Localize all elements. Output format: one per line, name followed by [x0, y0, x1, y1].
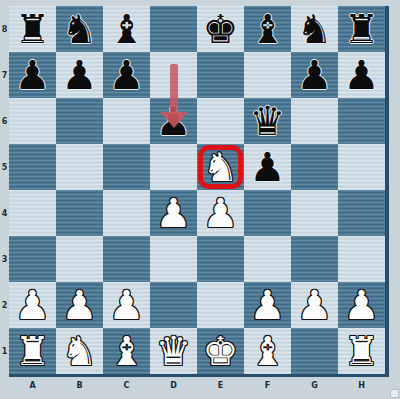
piece-white-pawn-f2[interactable]: ♟	[244, 282, 291, 328]
piece-white-knight-e5[interactable]: ♞	[197, 144, 244, 190]
square-h6[interactable]	[338, 98, 385, 144]
square-a4[interactable]	[9, 190, 56, 236]
rank-label-6: 6	[0, 98, 9, 144]
square-h4[interactable]	[338, 190, 385, 236]
file-label-c: C	[103, 378, 150, 392]
square-h2[interactable]: ♟	[338, 282, 385, 328]
square-f2[interactable]: ♟	[244, 282, 291, 328]
square-d8[interactable]	[150, 6, 197, 52]
piece-black-king-e8[interactable]: ♚	[197, 6, 244, 52]
square-c8[interactable]: ♝	[103, 6, 150, 52]
piece-white-rook-h1[interactable]: ♜	[338, 328, 385, 374]
square-d6[interactable]: ♟	[150, 98, 197, 144]
square-g6[interactable]	[291, 98, 338, 144]
square-a5[interactable]	[9, 144, 56, 190]
square-b7[interactable]: ♟	[56, 52, 103, 98]
piece-white-bishop-c1[interactable]: ♝	[103, 328, 150, 374]
rank-label-5: 5	[0, 144, 9, 190]
rank-labels: 87654321	[0, 6, 9, 374]
square-h8[interactable]: ♜	[338, 6, 385, 52]
square-g2[interactable]: ♟	[291, 282, 338, 328]
resize-grip	[390, 389, 399, 398]
square-h1[interactable]: ♜	[338, 328, 385, 374]
square-b6[interactable]	[56, 98, 103, 144]
square-b8[interactable]: ♞	[56, 6, 103, 52]
file-label-g: G	[291, 378, 338, 392]
piece-white-pawn-a2[interactable]: ♟	[9, 282, 56, 328]
square-g1[interactable]	[291, 328, 338, 374]
chess-app-window: 87654321 ♜♞♝♚♝♞♜♟♟♟♟♟♟♛♞♟♟♟♟♟♟♟♟♟♜♞♝♛♚♝♜…	[0, 0, 400, 399]
rank-label-1: 1	[0, 328, 9, 374]
square-f6[interactable]: ♛	[244, 98, 291, 144]
piece-white-pawn-g2[interactable]: ♟	[291, 282, 338, 328]
file-label-e: E	[197, 378, 244, 392]
square-e2[interactable]	[197, 282, 244, 328]
square-b5[interactable]	[56, 144, 103, 190]
square-f1[interactable]: ♝	[244, 328, 291, 374]
square-a6[interactable]	[9, 98, 56, 144]
square-d4[interactable]: ♟	[150, 190, 197, 236]
piece-black-pawn-d6[interactable]: ♟	[150, 98, 197, 144]
piece-white-bishop-f1[interactable]: ♝	[244, 328, 291, 374]
square-g8[interactable]: ♞	[291, 6, 338, 52]
square-e6[interactable]	[197, 98, 244, 144]
piece-black-knight-g8[interactable]: ♞	[291, 6, 338, 52]
square-a7[interactable]: ♟	[9, 52, 56, 98]
square-h3[interactable]	[338, 236, 385, 282]
square-c3[interactable]	[103, 236, 150, 282]
square-a3[interactable]	[9, 236, 56, 282]
piece-white-pawn-c2[interactable]: ♟	[103, 282, 150, 328]
rank-label-2: 2	[0, 282, 9, 328]
piece-black-knight-b8[interactable]: ♞	[56, 6, 103, 52]
square-b4[interactable]	[56, 190, 103, 236]
piece-black-pawn-f5[interactable]: ♟	[244, 144, 291, 190]
square-d5[interactable]	[150, 144, 197, 190]
square-d2[interactable]	[150, 282, 197, 328]
square-e5[interactable]: ♞	[197, 144, 244, 190]
piece-black-bishop-f8[interactable]: ♝	[244, 6, 291, 52]
square-c2[interactable]: ♟	[103, 282, 150, 328]
file-labels: ABCDEFGH	[9, 378, 385, 392]
square-e7[interactable]	[197, 52, 244, 98]
square-c1[interactable]: ♝	[103, 328, 150, 374]
square-b2[interactable]: ♟	[56, 282, 103, 328]
piece-white-queen-d1[interactable]: ♛	[150, 328, 197, 374]
square-e8[interactable]: ♚	[197, 6, 244, 52]
piece-black-pawn-b7[interactable]: ♟	[56, 52, 103, 98]
square-g3[interactable]	[291, 236, 338, 282]
square-c4[interactable]	[103, 190, 150, 236]
square-c5[interactable]	[103, 144, 150, 190]
square-c6[interactable]	[103, 98, 150, 144]
chess-board: ♜♞♝♚♝♞♜♟♟♟♟♟♟♛♞♟♟♟♟♟♟♟♟♟♜♞♝♛♚♝♜	[9, 6, 389, 377]
piece-white-pawn-h2[interactable]: ♟	[338, 282, 385, 328]
rank-label-7: 7	[0, 52, 9, 98]
piece-white-knight-b1[interactable]: ♞	[56, 328, 103, 374]
piece-black-bishop-c8[interactable]: ♝	[103, 6, 150, 52]
piece-black-pawn-h7[interactable]: ♟	[338, 52, 385, 98]
piece-black-rook-a8[interactable]: ♜	[9, 6, 56, 52]
square-d7[interactable]	[150, 52, 197, 98]
square-d1[interactable]: ♛	[150, 328, 197, 374]
piece-white-king-e1[interactable]: ♚	[197, 328, 244, 374]
square-c7[interactable]: ♟	[103, 52, 150, 98]
piece-black-queen-f6[interactable]: ♛	[244, 98, 291, 144]
square-a1[interactable]: ♜	[9, 328, 56, 374]
square-f7[interactable]	[244, 52, 291, 98]
square-b1[interactable]: ♞	[56, 328, 103, 374]
square-g7[interactable]: ♟	[291, 52, 338, 98]
file-label-b: B	[56, 378, 103, 392]
square-f5[interactable]: ♟	[244, 144, 291, 190]
file-label-d: D	[150, 378, 197, 392]
square-e3[interactable]	[197, 236, 244, 282]
piece-white-rook-a1[interactable]: ♜	[9, 328, 56, 374]
square-f3[interactable]	[244, 236, 291, 282]
piece-white-pawn-b2[interactable]: ♟	[56, 282, 103, 328]
rank-label-4: 4	[0, 190, 9, 236]
square-g4[interactable]	[291, 190, 338, 236]
square-g5[interactable]	[291, 144, 338, 190]
piece-black-pawn-g7[interactable]: ♟	[291, 52, 338, 98]
piece-black-rook-h8[interactable]: ♜	[338, 6, 385, 52]
square-a8[interactable]: ♜	[9, 6, 56, 52]
file-label-a: A	[9, 378, 56, 392]
square-h5[interactable]	[338, 144, 385, 190]
square-h7[interactable]: ♟	[338, 52, 385, 98]
piece-white-pawn-d4[interactable]: ♟	[150, 190, 197, 236]
square-d3[interactable]	[150, 236, 197, 282]
piece-black-pawn-c7[interactable]: ♟	[103, 52, 150, 98]
rank-label-8: 8	[0, 6, 9, 52]
square-e4[interactable]: ♟	[197, 190, 244, 236]
square-b3[interactable]	[56, 236, 103, 282]
rank-label-3: 3	[0, 236, 9, 282]
piece-black-pawn-a7[interactable]: ♟	[9, 52, 56, 98]
square-a2[interactable]: ♟	[9, 282, 56, 328]
square-f8[interactable]: ♝	[244, 6, 291, 52]
square-f4[interactable]	[244, 190, 291, 236]
piece-white-pawn-e4[interactable]: ♟	[197, 190, 244, 236]
file-label-h: H	[338, 378, 385, 392]
file-label-f: F	[244, 378, 291, 392]
square-e1[interactable]: ♚	[197, 328, 244, 374]
